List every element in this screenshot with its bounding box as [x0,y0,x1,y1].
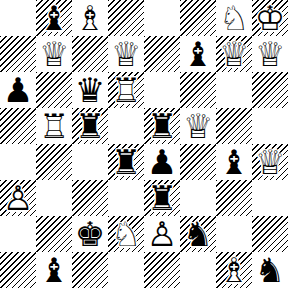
square-g7[interactable]: ♛♕ [216,36,252,72]
white-queen-icon: ♕ [180,108,216,144]
square-e4[interactable]: ♟♟ [144,144,180,180]
square-b7[interactable]: ♛♕ [36,36,72,72]
black-pawn-icon: ♟ [0,72,36,108]
white-pawn-piece: ♟♙ [0,180,36,216]
white-king-piece: ♚♔ [252,0,288,36]
black-bishop-piece: ♝♝ [180,36,216,72]
square-b2[interactable] [36,216,72,252]
square-e6[interactable] [144,72,180,108]
square-e3[interactable]: ♜♜ [144,180,180,216]
white-queen-piece: ♛♕ [180,108,216,144]
square-h4[interactable]: ♛♕ [252,144,288,180]
square-b3[interactable] [36,180,72,216]
black-knight-icon: ♞ [252,252,288,288]
square-h7[interactable]: ♛♕ [252,36,288,72]
black-knight-piece: ♞♞ [252,252,288,288]
square-d7[interactable]: ♛♕ [108,36,144,72]
square-a6[interactable]: ♟♟ [0,72,36,108]
square-d5[interactable] [108,108,144,144]
square-e1[interactable] [144,252,180,288]
square-h5[interactable] [252,108,288,144]
black-bishop-icon: ♝ [36,252,72,288]
square-d2[interactable]: ♞♘ [108,216,144,252]
square-f5[interactable]: ♛♕ [180,108,216,144]
black-knight-piece: ♞♞ [180,216,216,252]
square-h3[interactable] [252,180,288,216]
square-b5[interactable]: ♜♖ [36,108,72,144]
square-b4[interactable] [36,144,72,180]
square-d8[interactable] [108,0,144,36]
white-queen-piece: ♛♕ [252,144,288,180]
black-queen-piece: ♛♛ [72,72,108,108]
square-h8[interactable]: ♚♔ [252,0,288,36]
square-g8[interactable]: ♞♘ [216,0,252,36]
square-f8[interactable] [180,0,216,36]
white-knight-icon: ♘ [216,0,252,36]
black-bishop-piece: ♝♝ [216,144,252,180]
square-a7[interactable] [0,36,36,72]
square-h6[interactable] [252,72,288,108]
white-knight-icon: ♘ [108,216,144,252]
black-rook-piece: ♜♜ [108,144,144,180]
square-e2[interactable]: ♟♙ [144,216,180,252]
chess-board: ♝♝♝♗♞♘♚♔♛♕♛♕♝♝♛♕♛♕♟♟♛♛♜♖♜♖♜♜♜♜♛♕♜♜♟♟♝♝♛♕… [0,0,288,288]
black-rook-icon: ♜ [144,180,180,216]
white-rook-icon: ♖ [36,108,72,144]
square-e5[interactable]: ♜♜ [144,108,180,144]
white-queen-piece: ♛♕ [36,36,72,72]
white-queen-icon: ♕ [252,36,288,72]
black-rook-piece: ♜♜ [72,108,108,144]
white-rook-icon: ♖ [108,72,144,108]
square-a2[interactable] [0,216,36,252]
square-a4[interactable] [0,144,36,180]
black-pawn-piece: ♟♟ [0,72,36,108]
white-bishop-piece: ♝♗ [72,0,108,36]
square-h2[interactable] [252,216,288,252]
white-king-icon: ♔ [252,0,288,36]
square-f4[interactable] [180,144,216,180]
square-g1[interactable]: ♝♗ [216,252,252,288]
black-rook-icon: ♜ [108,144,144,180]
square-g6[interactable] [216,72,252,108]
square-e8[interactable] [144,0,180,36]
white-queen-icon: ♕ [216,36,252,72]
black-bishop-piece: ♝♝ [36,252,72,288]
square-d6[interactable]: ♜♖ [108,72,144,108]
black-king-piece: ♚♚ [72,216,108,252]
white-queen-icon: ♕ [252,144,288,180]
white-queen-piece: ♛♕ [108,36,144,72]
black-pawn-piece: ♟♟ [144,144,180,180]
square-b8[interactable]: ♝♝ [36,0,72,36]
white-bishop-icon: ♗ [216,252,252,288]
square-f2[interactable]: ♞♞ [180,216,216,252]
square-f1[interactable] [180,252,216,288]
white-knight-piece: ♞♘ [216,0,252,36]
square-c8[interactable]: ♝♗ [72,0,108,36]
white-queen-piece: ♛♕ [252,36,288,72]
square-a8[interactable] [0,0,36,36]
black-rook-icon: ♜ [72,108,108,144]
square-a3[interactable]: ♟♙ [0,180,36,216]
square-c7[interactable] [72,36,108,72]
square-d3[interactable] [108,180,144,216]
square-c5[interactable]: ♜♜ [72,108,108,144]
square-b1[interactable]: ♝♝ [36,252,72,288]
white-queen-icon: ♕ [108,36,144,72]
white-queen-icon: ♕ [36,36,72,72]
square-g2[interactable] [216,216,252,252]
square-f3[interactable] [180,180,216,216]
black-rook-icon: ♜ [144,108,180,144]
black-pawn-icon: ♟ [144,144,180,180]
square-c4[interactable] [72,144,108,180]
black-rook-piece: ♜♜ [144,108,180,144]
black-bishop-icon: ♝ [180,36,216,72]
black-bishop-icon: ♝ [36,0,72,36]
square-c2[interactable]: ♚♚ [72,216,108,252]
white-rook-piece: ♜♖ [108,72,144,108]
square-f7[interactable]: ♝♝ [180,36,216,72]
square-g4[interactable]: ♝♝ [216,144,252,180]
black-rook-piece: ♜♜ [144,180,180,216]
white-bishop-icon: ♗ [72,0,108,36]
square-b6[interactable] [36,72,72,108]
square-f6[interactable] [180,72,216,108]
white-bishop-piece: ♝♗ [216,252,252,288]
square-g5[interactable] [216,108,252,144]
square-g3[interactable] [216,180,252,216]
square-a1[interactable] [0,252,36,288]
square-c6[interactable]: ♛♛ [72,72,108,108]
square-d1[interactable] [108,252,144,288]
black-knight-icon: ♞ [180,216,216,252]
square-e7[interactable] [144,36,180,72]
square-a5[interactable] [0,108,36,144]
white-pawn-piece: ♟♙ [144,216,180,252]
black-queen-icon: ♛ [72,72,108,108]
square-c3[interactable] [72,180,108,216]
square-h1[interactable]: ♞♞ [252,252,288,288]
white-pawn-icon: ♙ [144,216,180,252]
white-pawn-icon: ♙ [0,180,36,216]
white-rook-piece: ♜♖ [36,108,72,144]
square-d4[interactable]: ♜♜ [108,144,144,180]
white-knight-piece: ♞♘ [108,216,144,252]
square-c1[interactable] [72,252,108,288]
white-queen-piece: ♛♕ [216,36,252,72]
black-bishop-piece: ♝♝ [36,0,72,36]
black-king-icon: ♚ [72,216,108,252]
black-bishop-icon: ♝ [216,144,252,180]
